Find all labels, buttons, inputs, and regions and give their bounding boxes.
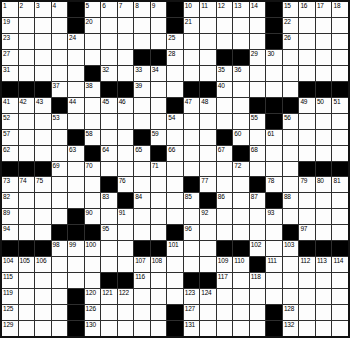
cell-r11c15[interactable]: 72 xyxy=(233,162,249,177)
cell-r14c15[interactable] xyxy=(233,209,249,224)
cell-r20c15[interactable] xyxy=(233,305,249,320)
cell-r21c1[interactable]: 129 xyxy=(2,321,18,336)
cell-r14c10[interactable] xyxy=(151,209,167,224)
cell-r4c5[interactable] xyxy=(68,50,84,65)
cell-r1c4[interactable]: 4 xyxy=(52,2,68,17)
cell-r9c11[interactable] xyxy=(167,130,183,145)
cell-r9c8[interactable] xyxy=(118,130,134,145)
cell-r11c10[interactable]: 71 xyxy=(151,162,167,177)
cell-r12c20[interactable]: 80 xyxy=(316,177,332,192)
cell-r5c10[interactable]: 34 xyxy=(151,66,167,81)
cell-r11c13[interactable] xyxy=(200,162,216,177)
cell-r14c6[interactable]: 90 xyxy=(85,209,101,224)
cell-r8c7[interactable] xyxy=(101,114,117,129)
cell-r13c7[interactable]: 83 xyxy=(101,193,117,208)
cell-r20c1[interactable]: 125 xyxy=(2,305,18,320)
cell-r11c8[interactable] xyxy=(118,162,134,177)
cell-r9c15[interactable]: 60 xyxy=(233,130,249,145)
cell-r11c6[interactable]: 70 xyxy=(85,162,101,177)
cell-r3c11[interactable]: 25 xyxy=(167,34,183,49)
cell-r8c11[interactable]: 54 xyxy=(167,114,183,129)
cell-r11c17[interactable] xyxy=(266,162,282,177)
cell-r17c10[interactable]: 108 xyxy=(151,257,167,272)
cell-r2c7[interactable] xyxy=(101,18,117,33)
cell-r20c3[interactable] xyxy=(35,305,51,320)
cell-r16c18[interactable]: 103 xyxy=(283,241,299,256)
cell-r17c21[interactable]: 114 xyxy=(332,257,348,272)
cell-r18c15[interactable] xyxy=(233,273,249,288)
cell-r16c5[interactable]: 99 xyxy=(68,241,84,256)
cell-r8c5[interactable] xyxy=(68,114,84,129)
cell-r1c7[interactable]: 6 xyxy=(101,2,117,17)
cell-r15c10[interactable] xyxy=(151,225,167,240)
cell-r18c2[interactable] xyxy=(19,273,35,288)
cell-r4c13[interactable] xyxy=(200,50,216,65)
cell-r12c2[interactable]: 74 xyxy=(19,177,35,192)
cell-r18c9[interactable]: 116 xyxy=(134,273,150,288)
cell-r5c21[interactable] xyxy=(332,66,348,81)
cell-r3c3[interactable] xyxy=(35,34,51,49)
cell-r10c1[interactable]: 62 xyxy=(2,146,18,161)
cell-r20c12[interactable]: 127 xyxy=(184,305,200,320)
cell-r2c18[interactable]: 22 xyxy=(283,18,299,33)
cell-r13c20[interactable] xyxy=(316,193,332,208)
cell-r9c13[interactable] xyxy=(200,130,216,145)
cell-r13c1[interactable]: 82 xyxy=(2,193,18,208)
cell-r19c15[interactable] xyxy=(233,289,249,304)
cell-r2c1[interactable]: 19 xyxy=(2,18,18,33)
cell-r18c17[interactable] xyxy=(266,273,282,288)
cell-r9c1[interactable]: 57 xyxy=(2,130,18,145)
cell-r21c14[interactable] xyxy=(217,321,233,336)
cell-r14c19[interactable] xyxy=(299,209,315,224)
cell-r20c20[interactable] xyxy=(316,305,332,320)
cell-r4c17[interactable]: 30 xyxy=(266,50,282,65)
cell-r5c14[interactable]: 35 xyxy=(217,66,233,81)
cell-r17c5[interactable] xyxy=(68,257,84,272)
cell-r17c9[interactable]: 107 xyxy=(134,257,150,272)
cell-r14c20[interactable] xyxy=(316,209,332,224)
cell-r3c7[interactable] xyxy=(101,34,117,49)
cell-r4c21[interactable] xyxy=(332,50,348,65)
cell-r2c14[interactable] xyxy=(217,18,233,33)
cell-r3c10[interactable] xyxy=(151,34,167,49)
cell-r16c6[interactable]: 100 xyxy=(85,241,101,256)
cell-r19c16[interactable] xyxy=(250,289,266,304)
cell-r12c17[interactable]: 78 xyxy=(266,177,282,192)
cell-r2c6[interactable]: 20 xyxy=(85,18,101,33)
cell-r3c13[interactable] xyxy=(200,34,216,49)
cell-r3c14[interactable] xyxy=(217,34,233,49)
cell-r10c19[interactable] xyxy=(299,146,315,161)
cell-r1c13[interactable]: 11 xyxy=(200,2,216,17)
cell-r10c4[interactable] xyxy=(52,146,68,161)
cell-r10c20[interactable] xyxy=(316,146,332,161)
cell-r12c10[interactable] xyxy=(151,177,167,192)
cell-r18c10[interactable] xyxy=(151,273,167,288)
cell-r4c1[interactable]: 27 xyxy=(2,50,18,65)
cell-r8c9[interactable] xyxy=(134,114,150,129)
cell-r3c19[interactable] xyxy=(299,34,315,49)
cell-r21c21[interactable] xyxy=(332,321,348,336)
cell-r15c16[interactable] xyxy=(250,225,266,240)
cell-r21c4[interactable] xyxy=(52,321,68,336)
cell-r7c7[interactable]: 45 xyxy=(101,98,117,113)
cell-r13c18[interactable]: 88 xyxy=(283,193,299,208)
cell-r21c8[interactable] xyxy=(118,321,134,336)
cell-r5c19[interactable] xyxy=(299,66,315,81)
cell-r10c9[interactable]: 65 xyxy=(134,146,150,161)
cell-r13c19[interactable] xyxy=(299,193,315,208)
cell-r15c8[interactable] xyxy=(118,225,134,240)
cell-r11c11[interactable] xyxy=(167,162,183,177)
cell-r6c10[interactable] xyxy=(151,82,167,97)
cell-r19c9[interactable] xyxy=(134,289,150,304)
cell-r5c11[interactable] xyxy=(167,66,183,81)
cell-r3c5[interactable]: 24 xyxy=(68,34,84,49)
cell-r7c9[interactable] xyxy=(134,98,150,113)
cell-r15c13[interactable] xyxy=(200,225,216,240)
cell-r4c12[interactable] xyxy=(184,50,200,65)
cell-r1c10[interactable]: 9 xyxy=(151,2,167,17)
cell-r7c10[interactable] xyxy=(151,98,167,113)
cell-r8c12[interactable] xyxy=(184,114,200,129)
cell-r20c13[interactable] xyxy=(200,305,216,320)
cell-r14c12[interactable] xyxy=(184,209,200,224)
cell-r11c14[interactable] xyxy=(217,162,233,177)
cell-r8c1[interactable]: 52 xyxy=(2,114,18,129)
cell-r17c1[interactable]: 104 xyxy=(2,257,18,272)
cell-r5c5[interactable] xyxy=(68,66,84,81)
cell-r4c20[interactable] xyxy=(316,50,332,65)
cell-r10c12[interactable] xyxy=(184,146,200,161)
cell-r7c19[interactable]: 49 xyxy=(299,98,315,113)
cell-r6c14[interactable]: 40 xyxy=(217,82,233,97)
cell-r15c7[interactable]: 95 xyxy=(101,225,117,240)
cell-r7c5[interactable]: 44 xyxy=(68,98,84,113)
cell-r18c21[interactable] xyxy=(332,273,348,288)
cell-r12c15[interactable] xyxy=(233,177,249,192)
cell-r4c11[interactable]: 28 xyxy=(167,50,183,65)
cell-r5c17[interactable] xyxy=(266,66,282,81)
cell-r1c14[interactable]: 12 xyxy=(217,2,233,17)
cell-r9c6[interactable]: 58 xyxy=(85,130,101,145)
cell-r13c21[interactable] xyxy=(332,193,348,208)
cell-r12c13[interactable]: 77 xyxy=(200,177,216,192)
cell-r20c16[interactable] xyxy=(250,305,266,320)
cell-r20c18[interactable]: 128 xyxy=(283,305,299,320)
cell-r5c1[interactable]: 31 xyxy=(2,66,18,81)
cell-r20c21[interactable] xyxy=(332,305,348,320)
cell-r10c2[interactable] xyxy=(19,146,35,161)
cell-r6c4[interactable]: 37 xyxy=(52,82,68,97)
cell-r12c9[interactable] xyxy=(134,177,150,192)
cell-r17c7[interactable] xyxy=(101,257,117,272)
cell-r2c12[interactable]: 21 xyxy=(184,18,200,33)
cell-r3c16[interactable] xyxy=(250,34,266,49)
cell-r11c4[interactable]: 69 xyxy=(52,162,68,177)
cell-r8c14[interactable] xyxy=(217,114,233,129)
cell-r16c8[interactable] xyxy=(118,241,134,256)
cell-r1c1[interactable]: 1 xyxy=(2,2,18,17)
cell-r8c6[interactable] xyxy=(85,114,101,129)
cell-r3c1[interactable]: 23 xyxy=(2,34,18,49)
cell-r14c8[interactable]: 91 xyxy=(118,209,134,224)
cell-r17c12[interactable] xyxy=(184,257,200,272)
cell-r14c18[interactable] xyxy=(283,209,299,224)
cell-r20c8[interactable] xyxy=(118,305,134,320)
cell-r14c9[interactable] xyxy=(134,209,150,224)
cell-r20c7[interactable] xyxy=(101,305,117,320)
cell-r17c13[interactable] xyxy=(200,257,216,272)
cell-r18c20[interactable] xyxy=(316,273,332,288)
cell-r4c19[interactable] xyxy=(299,50,315,65)
cell-r10c11[interactable]: 66 xyxy=(167,146,183,161)
cell-r9c19[interactable] xyxy=(299,130,315,145)
cell-r8c15[interactable] xyxy=(233,114,249,129)
cell-r15c17[interactable] xyxy=(266,225,282,240)
cell-r2c9[interactable] xyxy=(134,18,150,33)
cell-r9c10[interactable]: 59 xyxy=(151,130,167,145)
cell-r2c2[interactable] xyxy=(19,18,35,33)
cell-r8c18[interactable]: 56 xyxy=(283,114,299,129)
cell-r13c3[interactable] xyxy=(35,193,51,208)
cell-r5c15[interactable]: 36 xyxy=(233,66,249,81)
cell-r1c2[interactable]: 2 xyxy=(19,2,35,17)
cell-r8c3[interactable] xyxy=(35,114,51,129)
cell-r2c10[interactable] xyxy=(151,18,167,33)
cell-r13c5[interactable] xyxy=(68,193,84,208)
cell-r21c20[interactable] xyxy=(316,321,332,336)
cell-r6c17[interactable] xyxy=(266,82,282,97)
cell-r7c21[interactable]: 51 xyxy=(332,98,348,113)
cell-r11c9[interactable] xyxy=(134,162,150,177)
cell-r15c15[interactable] xyxy=(233,225,249,240)
cell-r15c20[interactable] xyxy=(316,225,332,240)
cell-r5c7[interactable]: 32 xyxy=(101,66,117,81)
cell-r10c14[interactable]: 67 xyxy=(217,146,233,161)
cell-r18c11[interactable] xyxy=(167,273,183,288)
cell-r18c16[interactable]: 118 xyxy=(250,273,266,288)
cell-r12c11[interactable] xyxy=(167,177,183,192)
cell-r12c3[interactable]: 75 xyxy=(35,177,51,192)
cell-r21c9[interactable] xyxy=(134,321,150,336)
cell-r4c4[interactable] xyxy=(52,50,68,65)
cell-r8c21[interactable] xyxy=(332,114,348,129)
cell-r3c12[interactable] xyxy=(184,34,200,49)
cell-r10c17[interactable] xyxy=(266,146,282,161)
cell-r20c9[interactable] xyxy=(134,305,150,320)
cell-r19c7[interactable]: 121 xyxy=(101,289,117,304)
cell-r5c18[interactable] xyxy=(283,66,299,81)
cell-r15c19[interactable]: 97 xyxy=(299,225,315,240)
cell-r11c18[interactable] xyxy=(283,162,299,177)
cell-r18c19[interactable] xyxy=(299,273,315,288)
cell-r17c14[interactable]: 109 xyxy=(217,257,233,272)
cell-r19c2[interactable] xyxy=(19,289,35,304)
cell-r17c4[interactable] xyxy=(52,257,68,272)
cell-r13c14[interactable]: 86 xyxy=(217,193,233,208)
cell-r13c4[interactable] xyxy=(52,193,68,208)
cell-r9c20[interactable] xyxy=(316,130,332,145)
cell-r6c11[interactable] xyxy=(167,82,183,97)
cell-r18c4[interactable] xyxy=(52,273,68,288)
cell-r5c16[interactable] xyxy=(250,66,266,81)
cell-r3c21[interactable] xyxy=(332,34,348,49)
cell-r15c12[interactable]: 96 xyxy=(184,225,200,240)
cell-r3c2[interactable] xyxy=(19,34,35,49)
cell-r7c13[interactable]: 48 xyxy=(200,98,216,113)
cell-r1c9[interactable]: 8 xyxy=(134,2,150,17)
cell-r1c3[interactable]: 3 xyxy=(35,2,51,17)
cell-r19c18[interactable] xyxy=(283,289,299,304)
cell-r13c16[interactable]: 87 xyxy=(250,193,266,208)
cell-r3c18[interactable]: 26 xyxy=(283,34,299,49)
cell-r1c8[interactable]: 7 xyxy=(118,2,134,17)
cell-r21c7[interactable] xyxy=(101,321,117,336)
cell-r6c18[interactable] xyxy=(283,82,299,97)
cell-r19c13[interactable]: 124 xyxy=(200,289,216,304)
cell-r16c12[interactable] xyxy=(184,241,200,256)
cell-r14c7[interactable] xyxy=(101,209,117,224)
cell-r7c6[interactable] xyxy=(85,98,101,113)
cell-r7c1[interactable]: 41 xyxy=(2,98,18,113)
cell-r2c16[interactable] xyxy=(250,18,266,33)
cell-r11c12[interactable] xyxy=(184,162,200,177)
cell-r10c3[interactable] xyxy=(35,146,51,161)
cell-r3c6[interactable] xyxy=(85,34,101,49)
cell-r13c12[interactable]: 85 xyxy=(184,193,200,208)
cell-r2c15[interactable] xyxy=(233,18,249,33)
cell-r19c10[interactable] xyxy=(151,289,167,304)
cell-r5c13[interactable] xyxy=(200,66,216,81)
cell-r9c17[interactable]: 61 xyxy=(266,130,282,145)
cell-r12c19[interactable]: 79 xyxy=(299,177,315,192)
cell-r18c5[interactable] xyxy=(68,273,84,288)
cell-r14c13[interactable]: 92 xyxy=(200,209,216,224)
cell-r4c18[interactable] xyxy=(283,50,299,65)
cell-r20c2[interactable] xyxy=(19,305,35,320)
cell-r18c18[interactable] xyxy=(283,273,299,288)
cell-r7c2[interactable]: 42 xyxy=(19,98,35,113)
cell-r16c16[interactable]: 102 xyxy=(250,241,266,256)
cell-r13c6[interactable] xyxy=(85,193,101,208)
cell-r15c2[interactable] xyxy=(19,225,35,240)
cell-r5c4[interactable] xyxy=(52,66,68,81)
cell-r4c2[interactable] xyxy=(19,50,35,65)
cell-r4c7[interactable] xyxy=(101,50,117,65)
cell-r5c2[interactable] xyxy=(19,66,35,81)
cell-r1c19[interactable]: 16 xyxy=(299,2,315,17)
cell-r13c15[interactable] xyxy=(233,193,249,208)
cell-r1c21[interactable]: 18 xyxy=(332,2,348,17)
cell-r7c15[interactable] xyxy=(233,98,249,113)
cell-r17c19[interactable]: 112 xyxy=(299,257,315,272)
cell-r10c16[interactable]: 68 xyxy=(250,146,266,161)
cell-r8c8[interactable] xyxy=(118,114,134,129)
cell-r21c2[interactable] xyxy=(19,321,35,336)
cell-r12c18[interactable] xyxy=(283,177,299,192)
cell-r3c4[interactable] xyxy=(52,34,68,49)
cell-r13c11[interactable] xyxy=(167,193,183,208)
cell-r14c2[interactable] xyxy=(19,209,35,224)
cell-r4c16[interactable]: 29 xyxy=(250,50,266,65)
cell-r18c1[interactable]: 115 xyxy=(2,273,18,288)
cell-r19c21[interactable] xyxy=(332,289,348,304)
cell-r16c7[interactable] xyxy=(101,241,117,256)
cell-r9c7[interactable] xyxy=(101,130,117,145)
cell-r9c12[interactable] xyxy=(184,130,200,145)
cell-r5c20[interactable] xyxy=(316,66,332,81)
cell-r16c13[interactable] xyxy=(200,241,216,256)
cell-r8c4[interactable]: 53 xyxy=(52,114,68,129)
cell-r2c3[interactable] xyxy=(35,18,51,33)
cell-r10c18[interactable] xyxy=(283,146,299,161)
cell-r1c18[interactable]: 15 xyxy=(283,2,299,17)
cell-r3c9[interactable] xyxy=(134,34,150,49)
cell-r10c5[interactable]: 63 xyxy=(68,146,84,161)
cell-r21c18[interactable]: 132 xyxy=(283,321,299,336)
cell-r19c14[interactable] xyxy=(217,289,233,304)
cell-r1c15[interactable]: 13 xyxy=(233,2,249,17)
cell-r13c10[interactable] xyxy=(151,193,167,208)
cell-r17c20[interactable]: 113 xyxy=(316,257,332,272)
cell-r10c7[interactable]: 64 xyxy=(101,146,117,161)
cell-r1c16[interactable]: 14 xyxy=(250,2,266,17)
cell-r2c4[interactable] xyxy=(52,18,68,33)
cell-r10c13[interactable] xyxy=(200,146,216,161)
cell-r6c15[interactable] xyxy=(233,82,249,97)
cell-r9c21[interactable] xyxy=(332,130,348,145)
cell-r8c16[interactable]: 55 xyxy=(250,114,266,129)
cell-r17c8[interactable] xyxy=(118,257,134,272)
cell-r4c6[interactable] xyxy=(85,50,101,65)
cell-r17c18[interactable] xyxy=(283,257,299,272)
cell-r19c12[interactable]: 123 xyxy=(184,289,200,304)
cell-r12c21[interactable]: 81 xyxy=(332,177,348,192)
cell-r14c3[interactable] xyxy=(35,209,51,224)
cell-r15c9[interactable] xyxy=(134,225,150,240)
cell-r18c3[interactable] xyxy=(35,273,51,288)
cell-r17c3[interactable]: 106 xyxy=(35,257,51,272)
cell-r19c19[interactable] xyxy=(299,289,315,304)
cell-r21c16[interactable] xyxy=(250,321,266,336)
cell-r9c2[interactable] xyxy=(19,130,35,145)
cell-r5c12[interactable] xyxy=(184,66,200,81)
cell-r12c8[interactable]: 76 xyxy=(118,177,134,192)
cell-r21c6[interactable]: 130 xyxy=(85,321,101,336)
cell-r19c11[interactable] xyxy=(167,289,183,304)
cell-r2c8[interactable] xyxy=(118,18,134,33)
cell-r7c14[interactable] xyxy=(217,98,233,113)
cell-r21c15[interactable] xyxy=(233,321,249,336)
cell-r11c16[interactable] xyxy=(250,162,266,177)
cell-r6c5[interactable] xyxy=(68,82,84,97)
cell-r21c10[interactable] xyxy=(151,321,167,336)
cell-r12c6[interactable] xyxy=(85,177,101,192)
cell-r20c19[interactable] xyxy=(299,305,315,320)
cell-r15c14[interactable] xyxy=(217,225,233,240)
cell-r21c3[interactable] xyxy=(35,321,51,336)
cell-r12c4[interactable] xyxy=(52,177,68,192)
cell-r5c9[interactable]: 33 xyxy=(134,66,150,81)
cell-r19c6[interactable]: 120 xyxy=(85,289,101,304)
cell-r21c19[interactable] xyxy=(299,321,315,336)
cell-r7c8[interactable]: 46 xyxy=(118,98,134,113)
cell-r20c14[interactable] xyxy=(217,305,233,320)
cell-r15c1[interactable]: 94 xyxy=(2,225,18,240)
cell-r14c17[interactable]: 93 xyxy=(266,209,282,224)
